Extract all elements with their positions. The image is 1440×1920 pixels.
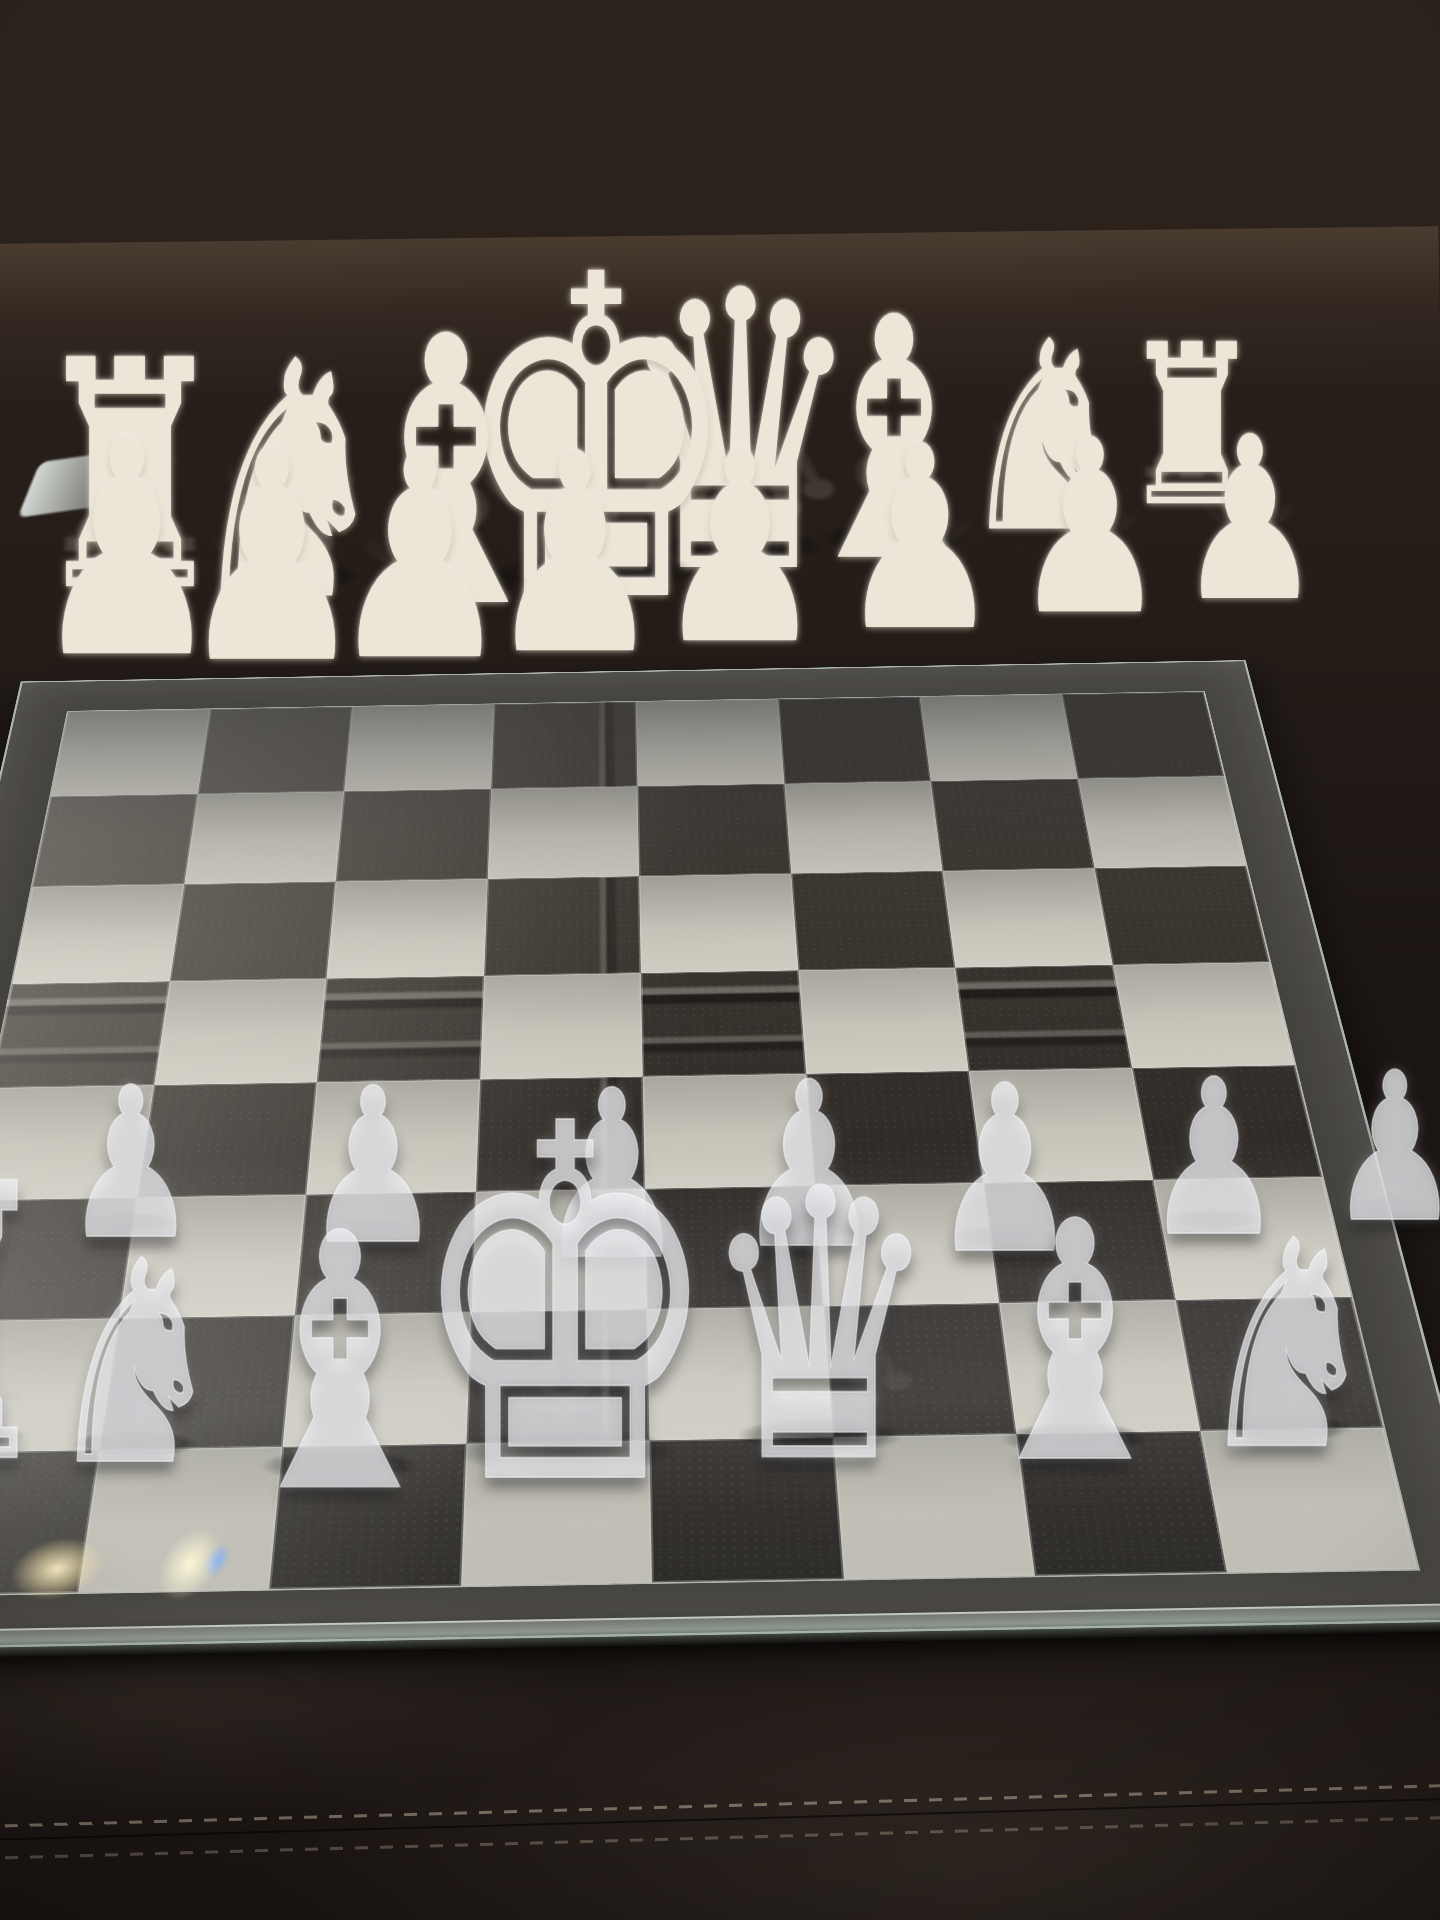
- knight-glyph: ♞: [1195, 1203, 1380, 1489]
- pawn-glyph: ♟: [654, 415, 826, 681]
- king-glyph: ♚: [407, 1063, 723, 1553]
- pawn-glyph: ♟: [1177, 407, 1323, 633]
- queen-glyph: ♛: [700, 1142, 941, 1515]
- pawn-glyph: ♟: [1013, 408, 1168, 648]
- pawn-glyph: ♟: [177, 411, 366, 704]
- knight-glyph: ♞: [45, 1224, 226, 1504]
- pawn-glyph: ♟: [838, 412, 1002, 666]
- photo-scene: ♜♜♞♞♝♝♚♚♛♛♝♝♞♞♜♜♟♟♟♟♟♟♟♟♟♟♟♟♟♟♟♟♟♟♟♟♟♟♟♟…: [0, 0, 1440, 1920]
- pieces-layer: ♜♜♞♞♝♝♚♚♛♛♝♝♞♞♜♜♟♟♟♟♟♟♟♟♟♟♟♟♟♟♟♟♟♟♟♟♟♟♟♟…: [0, 0, 1440, 1920]
- bishop-glyph: ♝: [226, 1188, 454, 1541]
- pawn-glyph: ♟: [486, 417, 664, 693]
- bishop-glyph: ♝: [968, 1179, 1181, 1509]
